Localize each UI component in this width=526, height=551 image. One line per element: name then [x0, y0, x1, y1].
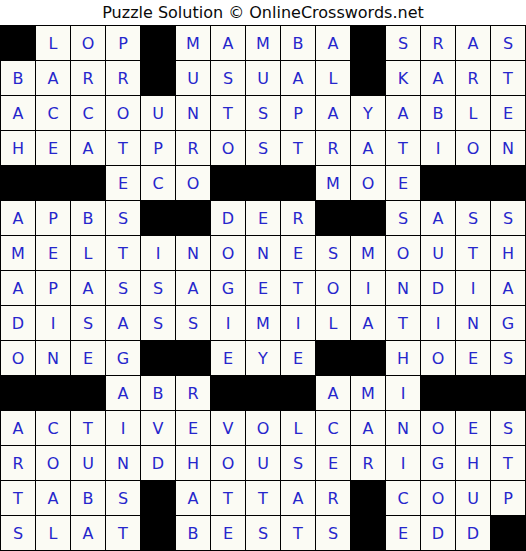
letter-cell: O [211, 446, 245, 480]
letter-cell: C [36, 96, 70, 130]
letter-cell: P [141, 131, 175, 165]
letter-cell: N [176, 236, 210, 270]
block-cell [351, 201, 385, 235]
letter-cell: R [1, 446, 35, 480]
letter-cell: E [281, 236, 315, 270]
letter-cell: T [386, 306, 420, 340]
letter-cell: A [281, 61, 315, 95]
letter-cell: S [176, 306, 210, 340]
letter-cell: O [351, 166, 385, 200]
letter-cell: A [176, 481, 210, 515]
letter-cell: B [176, 516, 210, 550]
letter-cell: I [211, 306, 245, 340]
letter-cell: S [386, 201, 420, 235]
letter-cell: Y [246, 341, 280, 375]
letter-cell: S [316, 516, 350, 550]
letter-cell: T [211, 96, 245, 130]
letter-cell: L [281, 411, 315, 445]
letter-cell: O [386, 236, 420, 270]
block-cell [71, 376, 105, 410]
letter-cell: C [316, 411, 350, 445]
letter-cell: C [36, 411, 70, 445]
letter-cell: H [176, 446, 210, 480]
letter-cell: I [386, 376, 420, 410]
block-cell [71, 166, 105, 200]
letter-cell: N [456, 306, 490, 340]
letter-cell: T [106, 516, 140, 550]
letter-cell: O [246, 411, 280, 445]
letter-cell: O [211, 236, 245, 270]
letter-cell: H [456, 446, 490, 480]
letter-cell: S [106, 201, 140, 235]
letter-cell: G [491, 306, 525, 340]
letter-cell: I [351, 271, 385, 305]
letter-cell: H [1, 131, 35, 165]
block-cell [1, 166, 35, 200]
letter-cell: A [36, 61, 70, 95]
letter-cell: L [316, 61, 350, 95]
block-cell [141, 26, 175, 60]
letter-cell: E [456, 341, 490, 375]
letter-cell: A [106, 306, 140, 340]
block-cell [351, 516, 385, 550]
letter-cell: B [141, 376, 175, 410]
block-cell [351, 341, 385, 375]
letter-cell: I [421, 131, 455, 165]
letter-cell: A [176, 271, 210, 305]
block-cell [491, 516, 525, 550]
letter-cell: A [421, 61, 455, 95]
letter-cell: A [1, 271, 35, 305]
letter-cell: T [1, 481, 35, 515]
letter-cell: N [491, 131, 525, 165]
letter-cell: Y [351, 96, 385, 130]
block-cell [421, 166, 455, 200]
letter-cell: M [176, 26, 210, 60]
block-cell [491, 376, 525, 410]
letter-cell: I [141, 236, 175, 270]
letter-cell: R [281, 201, 315, 235]
letter-cell: V [211, 411, 245, 445]
letter-cell: M [246, 306, 280, 340]
letter-cell: O [421, 341, 455, 375]
letter-cell: A [421, 201, 455, 235]
letter-cell: E [106, 166, 140, 200]
letter-cell: E [71, 341, 105, 375]
block-cell [141, 61, 175, 95]
letter-cell: N [36, 341, 70, 375]
letter-cell: P [36, 271, 70, 305]
block-cell [456, 166, 490, 200]
letter-cell: I [106, 411, 140, 445]
letter-cell: S [141, 271, 175, 305]
letter-cell: A [36, 481, 70, 515]
block-cell [456, 376, 490, 410]
letter-cell: P [281, 96, 315, 130]
letter-cell: E [386, 516, 420, 550]
letter-cell: G [421, 446, 455, 480]
letter-cell: S [281, 446, 315, 480]
letter-cell: E [36, 131, 70, 165]
letter-cell: E [246, 271, 280, 305]
block-cell [176, 201, 210, 235]
letter-cell: A [491, 271, 525, 305]
letter-cell: A [456, 26, 490, 60]
letter-cell: T [106, 236, 140, 270]
title-bar: Puzzle Solution © OnlineCrosswords.net [0, 0, 526, 25]
letter-cell: A [1, 96, 35, 130]
letter-cell: G [106, 341, 140, 375]
letter-cell: O [456, 131, 490, 165]
letter-cell: M [246, 26, 280, 60]
letter-cell: U [456, 481, 490, 515]
letter-cell: K [386, 61, 420, 95]
letter-cell: B [1, 61, 35, 95]
letter-cell: A [316, 26, 350, 60]
letter-cell: O [176, 166, 210, 200]
block-cell [421, 376, 455, 410]
letter-cell: D [421, 516, 455, 550]
letter-cell: H [491, 236, 525, 270]
letter-cell: U [421, 236, 455, 270]
letter-cell: A [106, 376, 140, 410]
letter-cell: N [106, 446, 140, 480]
letter-cell: A [211, 26, 245, 60]
letter-cell: T [281, 271, 315, 305]
letter-cell: P [106, 26, 140, 60]
letter-cell: S [1, 516, 35, 550]
block-cell [281, 376, 315, 410]
block-cell [211, 166, 245, 200]
puzzle-solution-page: Puzzle Solution © OnlineCrosswords.net L… [0, 0, 526, 551]
letter-cell: S [246, 131, 280, 165]
letter-cell: T [246, 481, 280, 515]
block-cell [141, 516, 175, 550]
letter-cell: R [176, 131, 210, 165]
letter-cell: U [141, 96, 175, 130]
letter-cell: N [176, 96, 210, 130]
letter-cell: O [421, 481, 455, 515]
letter-cell: U [176, 61, 210, 95]
letter-cell: T [281, 516, 315, 550]
letter-cell: R [456, 61, 490, 95]
letter-cell: S [246, 96, 280, 130]
letter-cell: S [141, 306, 175, 340]
letter-cell: E [316, 446, 350, 480]
letter-cell: E [211, 516, 245, 550]
letter-cell: S [71, 306, 105, 340]
block-cell [351, 26, 385, 60]
letter-cell: S [316, 236, 350, 270]
letter-cell: M [316, 166, 350, 200]
block-cell [246, 166, 280, 200]
letter-cell: O [36, 446, 70, 480]
letter-cell: U [246, 61, 280, 95]
block-cell [246, 376, 280, 410]
block-cell [36, 376, 70, 410]
block-cell [176, 341, 210, 375]
letter-cell: T [71, 411, 105, 445]
letter-cell: I [36, 306, 70, 340]
letter-cell: I [386, 446, 420, 480]
letter-cell: B [421, 96, 455, 130]
block-cell [491, 166, 525, 200]
letter-cell: T [491, 61, 525, 95]
block-cell [211, 376, 245, 410]
letter-cell: E [246, 201, 280, 235]
letter-cell: O [421, 411, 455, 445]
letter-cell: M [1, 236, 35, 270]
block-cell [316, 341, 350, 375]
block-cell [351, 61, 385, 95]
letter-cell: A [386, 96, 420, 130]
letter-cell: A [316, 96, 350, 130]
letter-cell: E [281, 341, 315, 375]
letter-cell: L [456, 96, 490, 130]
letter-cell: T [106, 131, 140, 165]
letter-cell: T [211, 481, 245, 515]
page-title: Puzzle Solution © OnlineCrosswords.net [102, 0, 424, 25]
letter-cell: S [456, 201, 490, 235]
letter-cell: O [1, 341, 35, 375]
letter-cell: I [456, 271, 490, 305]
letter-cell: M [351, 236, 385, 270]
letter-cell: T [281, 131, 315, 165]
letter-cell: S [211, 61, 245, 95]
letter-cell: A [316, 376, 350, 410]
letter-cell: S [491, 411, 525, 445]
block-cell [281, 166, 315, 200]
letter-cell: H [386, 341, 420, 375]
letter-cell: G [211, 271, 245, 305]
letter-cell: N [386, 411, 420, 445]
letter-cell: C [386, 481, 420, 515]
letter-cell: L [36, 516, 70, 550]
letter-cell: B [281, 26, 315, 60]
letter-cell: C [141, 166, 175, 200]
letter-cell: D [211, 201, 245, 235]
letter-cell: R [316, 481, 350, 515]
letter-cell: O [211, 131, 245, 165]
letter-cell: S [491, 201, 525, 235]
letter-cell: B [71, 481, 105, 515]
letter-cell: A [71, 516, 105, 550]
letter-cell: S [491, 26, 525, 60]
letter-cell: I [281, 306, 315, 340]
block-cell [1, 26, 35, 60]
block-cell [1, 376, 35, 410]
block-cell [141, 201, 175, 235]
letter-cell: E [36, 236, 70, 270]
letter-cell: R [176, 376, 210, 410]
letter-cell: U [71, 446, 105, 480]
letter-cell: P [491, 481, 525, 515]
letter-cell: A [351, 411, 385, 445]
letter-cell: R [106, 61, 140, 95]
letter-cell: A [1, 411, 35, 445]
letter-cell: D [421, 271, 455, 305]
letter-cell: O [106, 96, 140, 130]
block-cell [141, 481, 175, 515]
letter-cell: R [316, 131, 350, 165]
letter-cell: T [456, 236, 490, 270]
crossword-grid: LOPMAMBASRASBARRUSUALKARTACCOUNTSPAYABLE… [0, 25, 526, 551]
letter-cell: L [36, 26, 70, 60]
block-cell [351, 481, 385, 515]
letter-cell: O [71, 26, 105, 60]
letter-cell: C [71, 96, 105, 130]
letter-cell: A [1, 201, 35, 235]
letter-cell: T [491, 446, 525, 480]
letter-cell: R [351, 446, 385, 480]
letter-cell: M [351, 376, 385, 410]
letter-cell: O [316, 271, 350, 305]
letter-cell: L [71, 236, 105, 270]
letter-cell: A [71, 271, 105, 305]
letter-cell: E [386, 166, 420, 200]
letter-cell: U [246, 446, 280, 480]
letter-cell: R [71, 61, 105, 95]
letter-cell: A [71, 131, 105, 165]
letter-cell: S [106, 271, 140, 305]
letter-cell: E [176, 411, 210, 445]
letter-cell: D [1, 306, 35, 340]
letter-cell: D [456, 516, 490, 550]
letter-cell: V [141, 411, 175, 445]
letter-cell: I [421, 306, 455, 340]
letter-cell: N [386, 271, 420, 305]
letter-cell: A [351, 131, 385, 165]
letter-cell: D [141, 446, 175, 480]
letter-cell: E [211, 341, 245, 375]
block-cell [141, 341, 175, 375]
letter-cell: A [281, 481, 315, 515]
letter-cell: E [456, 411, 490, 445]
letter-cell: T [386, 131, 420, 165]
letter-cell: E [491, 96, 525, 130]
letter-cell: B [71, 201, 105, 235]
letter-cell: S [386, 26, 420, 60]
letter-cell: S [246, 516, 280, 550]
letter-cell: S [106, 481, 140, 515]
letter-cell: P [36, 201, 70, 235]
letter-cell: R [421, 26, 455, 60]
block-cell [36, 166, 70, 200]
letter-cell: S [491, 341, 525, 375]
block-cell [316, 201, 350, 235]
letter-cell: N [246, 236, 280, 270]
letter-cell: A [351, 306, 385, 340]
letter-cell: L [316, 306, 350, 340]
